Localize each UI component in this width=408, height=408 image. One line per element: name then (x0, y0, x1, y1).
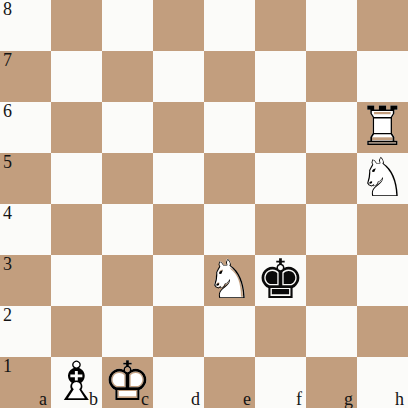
piece-white-bishop-b1[interactable]: ♝♗ (51, 357, 102, 408)
white-king-icon: ♔ (102, 356, 153, 407)
square-b6[interactable] (51, 102, 102, 153)
square-c7[interactable] (102, 51, 153, 102)
piece-white-knight-e3[interactable]: ♞♘ (204, 255, 255, 306)
square-h8[interactable] (357, 0, 408, 51)
square-a2[interactable]: 2 (0, 306, 51, 357)
white-rook-icon: ♖ (357, 101, 408, 152)
square-h1[interactable]: h (357, 357, 408, 408)
rank-label-6: 6 (3, 102, 12, 120)
square-g7[interactable] (306, 51, 357, 102)
square-c3[interactable] (102, 255, 153, 306)
rank-label-3: 3 (3, 255, 12, 273)
file-label-a: a (39, 391, 47, 408)
square-h2[interactable] (357, 306, 408, 357)
square-d8[interactable] (153, 0, 204, 51)
square-d4[interactable] (153, 204, 204, 255)
piece-black-king-f3[interactable]: ♚ (255, 255, 306, 306)
square-a4[interactable]: 4 (0, 204, 51, 255)
square-a7[interactable]: 7 (0, 51, 51, 102)
piece-white-king-c1[interactable]: ♚♔ (102, 357, 153, 408)
square-b7[interactable] (51, 51, 102, 102)
square-g4[interactable] (306, 204, 357, 255)
square-d2[interactable] (153, 306, 204, 357)
square-g3[interactable] (306, 255, 357, 306)
square-e7[interactable] (204, 51, 255, 102)
square-a1[interactable]: 1a (0, 357, 51, 408)
file-label-h: h (395, 391, 404, 408)
black-king-icon: ♚ (255, 254, 306, 305)
square-b1[interactable]: b♝♗ (51, 357, 102, 408)
rank-label-2: 2 (3, 306, 12, 324)
chess-board: 876♜♖5♞♘43♞♘♚21ab♝♗c♚♔defgh (0, 0, 408, 408)
square-f2[interactable] (255, 306, 306, 357)
white-bishop-icon: ♗ (51, 356, 102, 407)
square-a8[interactable]: 8 (0, 0, 51, 51)
square-f1[interactable]: f (255, 357, 306, 408)
white-knight-icon: ♘ (357, 152, 408, 203)
square-f5[interactable] (255, 153, 306, 204)
square-b4[interactable] (51, 204, 102, 255)
square-e5[interactable] (204, 153, 255, 204)
square-f8[interactable] (255, 0, 306, 51)
rank-label-7: 7 (3, 51, 12, 69)
square-b8[interactable] (51, 0, 102, 51)
square-a5[interactable]: 5 (0, 153, 51, 204)
square-h3[interactable] (357, 255, 408, 306)
square-c6[interactable] (102, 102, 153, 153)
square-f6[interactable] (255, 102, 306, 153)
square-h4[interactable] (357, 204, 408, 255)
square-d5[interactable] (153, 153, 204, 204)
square-g1[interactable]: g (306, 357, 357, 408)
square-c4[interactable] (102, 204, 153, 255)
square-a3[interactable]: 3 (0, 255, 51, 306)
square-b5[interactable] (51, 153, 102, 204)
rank-label-8: 8 (3, 0, 12, 18)
square-d1[interactable]: d (153, 357, 204, 408)
square-d7[interactable] (153, 51, 204, 102)
square-d3[interactable] (153, 255, 204, 306)
chess-board-container: 876♜♖5♞♘43♞♘♚21ab♝♗c♚♔defgh (0, 0, 408, 408)
square-e2[interactable] (204, 306, 255, 357)
square-c1[interactable]: c♚♔ (102, 357, 153, 408)
square-g5[interactable] (306, 153, 357, 204)
square-e6[interactable] (204, 102, 255, 153)
file-label-g: g (344, 391, 353, 408)
square-c8[interactable] (102, 0, 153, 51)
square-e8[interactable] (204, 0, 255, 51)
square-b3[interactable] (51, 255, 102, 306)
file-label-e: e (243, 391, 251, 408)
rank-label-1: 1 (3, 357, 12, 375)
file-label-d: d (191, 391, 200, 408)
square-f3[interactable]: ♚ (255, 255, 306, 306)
square-c5[interactable] (102, 153, 153, 204)
piece-white-knight-h5[interactable]: ♞♘ (357, 153, 408, 204)
square-f7[interactable] (255, 51, 306, 102)
square-g6[interactable] (306, 102, 357, 153)
square-e1[interactable]: e (204, 357, 255, 408)
white-knight-icon: ♘ (204, 254, 255, 305)
square-g8[interactable] (306, 0, 357, 51)
square-e3[interactable]: ♞♘ (204, 255, 255, 306)
square-h5[interactable]: ♞♘ (357, 153, 408, 204)
square-d6[interactable] (153, 102, 204, 153)
square-a6[interactable]: 6 (0, 102, 51, 153)
rank-label-5: 5 (3, 153, 12, 171)
rank-label-4: 4 (3, 204, 12, 222)
square-g2[interactable] (306, 306, 357, 357)
file-label-f: f (296, 391, 302, 408)
